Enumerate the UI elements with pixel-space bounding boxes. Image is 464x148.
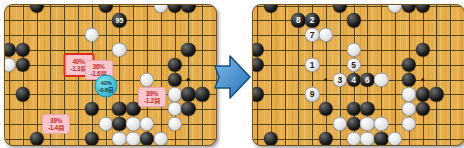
- black-stone[interactable]: [181, 43, 195, 57]
- black-stone[interactable]: [181, 102, 195, 116]
- black-stone[interactable]: [402, 57, 416, 71]
- white-stone[interactable]: [346, 43, 360, 57]
- winrate-text: 39%: [50, 117, 62, 124]
- black-stone[interactable]: [415, 102, 429, 116]
- winrate-text: 40%: [72, 58, 84, 65]
- board-position-before[interactable]: 9540%-1.3目36%-1.6目42%-0.8目39%-1.2目39%-1.…: [4, 4, 217, 146]
- black-stone[interactable]: [346, 117, 360, 131]
- white-stone-5[interactable]: 5: [346, 57, 360, 71]
- grid-hline: [5, 20, 216, 21]
- white-stone[interactable]: [98, 117, 112, 131]
- white-stone[interactable]: [360, 117, 374, 131]
- grid-hline: [253, 35, 464, 36]
- black-stone[interactable]: [4, 43, 16, 57]
- white-stone-9[interactable]: 9: [305, 87, 319, 101]
- black-stone[interactable]: [98, 4, 112, 13]
- black-stone[interactable]: [195, 87, 209, 101]
- white-stone[interactable]: [402, 117, 416, 131]
- black-stone[interactable]: [167, 57, 181, 71]
- black-stone[interactable]: [85, 102, 99, 116]
- white-stone[interactable]: [167, 117, 181, 131]
- winrate-text: 36%: [92, 63, 104, 70]
- white-stone[interactable]: [360, 131, 374, 145]
- black-stone-8[interactable]: 8: [291, 13, 305, 27]
- score-text: -1.4目: [48, 124, 64, 131]
- black-stone[interactable]: [429, 87, 443, 101]
- white-stone[interactable]: [112, 131, 126, 145]
- black-stone[interactable]: [415, 87, 429, 101]
- white-stone[interactable]: [140, 117, 154, 131]
- black-stone[interactable]: [346, 102, 360, 116]
- white-stone[interactable]: [112, 43, 126, 57]
- white-stone[interactable]: [374, 117, 388, 131]
- white-stone[interactable]: [333, 117, 347, 131]
- black-stone[interactable]: [85, 131, 99, 145]
- black-stone[interactable]: [167, 72, 181, 86]
- score-text: -1.2目: [144, 97, 160, 104]
- black-stone[interactable]: [16, 87, 30, 101]
- black-stone[interactable]: [252, 43, 264, 57]
- black-stone[interactable]: [319, 131, 333, 145]
- black-stone-6[interactable]: 6: [360, 72, 374, 86]
- white-stone[interactable]: [402, 87, 416, 101]
- white-stone[interactable]: [319, 28, 333, 42]
- white-stone-7[interactable]: 7: [305, 28, 319, 42]
- white-stone[interactable]: [4, 57, 16, 71]
- score-text: -0.8目: [99, 86, 114, 93]
- go-analysis-screenshot: 9540%-1.3目36%-1.6目42%-0.8目39%-1.2目39%-1.…: [0, 0, 464, 148]
- black-stone[interactable]: [140, 131, 154, 145]
- white-stone[interactable]: [388, 4, 402, 13]
- blue-candidate-label[interactable]: 42%-0.8目: [95, 75, 118, 98]
- black-stone-2[interactable]: 2: [305, 13, 319, 27]
- white-stone[interactable]: [388, 131, 402, 145]
- black-stone[interactable]: [29, 4, 43, 13]
- black-stone[interactable]: [415, 43, 429, 57]
- black-stone[interactable]: [181, 4, 195, 13]
- candidate-label[interactable]: 39%-1.4目: [42, 114, 70, 134]
- black-stone[interactable]: [252, 57, 264, 71]
- black-stone[interactable]: [29, 131, 43, 145]
- black-stone[interactable]: [16, 57, 30, 71]
- black-stone[interactable]: [181, 87, 195, 101]
- white-stone[interactable]: [154, 4, 168, 13]
- white-stone[interactable]: [154, 131, 168, 145]
- black-stone[interactable]: [252, 87, 264, 101]
- board-variation-after[interactable]: 827153469: [252, 4, 464, 146]
- white-stone-3[interactable]: 3: [333, 72, 347, 86]
- black-stone[interactable]: [402, 4, 416, 13]
- white-stone[interactable]: [346, 131, 360, 145]
- black-stone[interactable]: [16, 43, 30, 57]
- black-stone-4[interactable]: 4: [346, 72, 360, 86]
- black-stone[interactable]: [346, 13, 360, 27]
- black-stone[interactable]: [264, 4, 278, 13]
- black-stone[interactable]: [319, 102, 333, 116]
- white-stone[interactable]: [140, 72, 154, 86]
- grid-hline: [5, 35, 216, 36]
- black-stone[interactable]: [167, 4, 181, 13]
- black-stone[interactable]: [333, 4, 347, 13]
- black-stone[interactable]: [264, 131, 278, 145]
- grid-hline: [253, 6, 464, 7]
- black-stone[interactable]: [360, 102, 374, 116]
- black-stone[interactable]: [415, 4, 429, 13]
- white-stone[interactable]: [85, 28, 99, 42]
- winrate-text: 39%: [146, 90, 158, 97]
- white-stone[interactable]: [126, 117, 140, 131]
- black-stone[interactable]: [112, 117, 126, 131]
- candidate-label[interactable]: 39%-1.2目: [138, 87, 166, 107]
- arrow-shape: [215, 56, 250, 98]
- black-stone[interactable]: [112, 102, 126, 116]
- white-stone[interactable]: [374, 72, 388, 86]
- white-stone-1[interactable]: 1: [305, 57, 319, 71]
- white-stone[interactable]: [126, 131, 140, 145]
- black-stone[interactable]: [402, 72, 416, 86]
- white-stone[interactable]: [167, 102, 181, 116]
- white-stone[interactable]: [167, 87, 181, 101]
- black-stone-95[interactable]: 95: [112, 13, 126, 27]
- black-stone[interactable]: [374, 131, 388, 145]
- transition-arrow-icon: [213, 50, 253, 104]
- white-stone[interactable]: [402, 102, 416, 116]
